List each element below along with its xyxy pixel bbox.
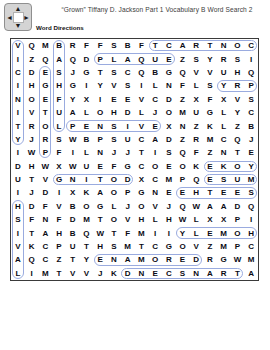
grid-cell[interactable]: N <box>189 267 203 280</box>
grid-cell[interactable]: V <box>38 173 52 186</box>
grid-cell[interactable]: E <box>244 146 258 159</box>
grid-cell[interactable]: I <box>121 119 135 132</box>
grid-cell[interactable]: E <box>121 93 135 106</box>
grid-cell[interactable]: Z <box>176 93 190 106</box>
grid-cell[interactable]: I <box>80 79 94 92</box>
grid-cell[interactable]: Q <box>80 226 94 239</box>
grid-cell[interactable]: N <box>176 119 190 132</box>
grid-cell[interactable]: C <box>162 267 176 280</box>
grid-cell[interactable]: E <box>162 186 176 199</box>
grid-cell[interactable]: J <box>121 146 135 159</box>
grid-cell[interactable]: B <box>148 66 162 79</box>
grid-cell[interactable]: C <box>121 66 135 79</box>
grid-cell[interactable]: S <box>203 79 217 92</box>
grid-cell[interactable]: X <box>203 213 217 226</box>
grid-cell[interactable]: V <box>25 106 39 119</box>
grid-cell[interactable]: A <box>38 226 52 239</box>
grid-cell[interactable]: Z <box>52 253 66 266</box>
grid-cell[interactable]: H <box>11 200 25 213</box>
grid-cell[interactable]: O <box>176 240 190 253</box>
grid-cell[interactable]: E <box>176 186 190 199</box>
grid-cell[interactable]: V <box>80 267 94 280</box>
grid-cell[interactable]: V <box>231 93 245 106</box>
grid-cell[interactable]: S <box>107 240 121 253</box>
grid-cell[interactable]: Q <box>135 66 149 79</box>
grid-cell[interactable]: X <box>217 93 231 106</box>
grid-cell[interactable]: A <box>244 267 258 280</box>
grid-cell[interactable]: U <box>231 173 245 186</box>
grid-cell[interactable]: O <box>148 160 162 173</box>
grid-cell[interactable]: C <box>148 173 162 186</box>
grid-cell[interactable]: T <box>231 267 245 280</box>
grid-cell[interactable]: Q <box>25 39 39 52</box>
grid-cell[interactable]: P <box>121 186 135 199</box>
grid-cell[interactable]: S <box>11 213 25 226</box>
grid-cell[interactable]: U <box>189 106 203 119</box>
grid-cell[interactable]: I <box>93 93 107 106</box>
grid-cell[interactable]: E <box>162 52 176 65</box>
grid-cell[interactable]: W <box>176 213 190 226</box>
grid-cell[interactable]: I <box>244 213 258 226</box>
grid-cell[interactable]: D <box>66 213 80 226</box>
grid-cell[interactable]: G <box>38 79 52 92</box>
grid-cell[interactable]: W <box>189 200 203 213</box>
grid-cell[interactable]: F <box>107 160 121 173</box>
grid-cell[interactable]: I <box>80 173 94 186</box>
grid-cell[interactable]: Q <box>176 200 190 213</box>
grid-cell[interactable]: D <box>189 253 203 266</box>
grid-cell[interactable]: J <box>25 133 39 146</box>
grid-cell[interactable]: S <box>162 146 176 159</box>
grid-cell[interactable]: G <box>162 66 176 79</box>
grid-cell[interactable]: C <box>244 106 258 119</box>
grid-cell[interactable]: M <box>217 240 231 253</box>
grid-cell[interactable]: W <box>25 146 39 159</box>
grid-cell[interactable]: T <box>93 173 107 186</box>
grid-cell[interactable]: V <box>148 200 162 213</box>
grid-cell[interactable]: J <box>93 267 107 280</box>
grid-cell[interactable]: C <box>135 160 149 173</box>
grid-cell[interactable]: M <box>135 253 149 266</box>
grid-cell[interactable]: W <box>66 133 80 146</box>
grid-cell[interactable]: A <box>52 52 66 65</box>
grid-cell[interactable]: G <box>135 186 149 199</box>
grid-cell[interactable]: G <box>52 173 66 186</box>
grid-cell[interactable]: R <box>189 39 203 52</box>
grid-cell[interactable]: R <box>66 39 80 52</box>
grid-cell[interactable]: Z <box>189 119 203 132</box>
grid-cell[interactable]: V <box>189 240 203 253</box>
grid-cell[interactable]: X <box>135 173 149 186</box>
grid-cell[interactable]: O <box>176 160 190 173</box>
grid-cell[interactable]: B <box>66 226 80 239</box>
grid-cell[interactable]: E <box>203 173 217 186</box>
grid-cell[interactable]: N <box>135 267 149 280</box>
grid-cell[interactable]: C <box>11 66 25 79</box>
grid-cell[interactable]: T <box>93 213 107 226</box>
grid-cell[interactable]: E <box>217 186 231 199</box>
grid-cell[interactable]: G <box>162 240 176 253</box>
grid-cell[interactable]: F <box>80 39 94 52</box>
grid-cell[interactable]: V <box>66 267 80 280</box>
grid-cell[interactable]: T <box>25 226 39 239</box>
grid-cell[interactable]: T <box>66 253 80 266</box>
grid-cell[interactable]: O <box>38 119 52 132</box>
grid-cell[interactable]: F <box>52 93 66 106</box>
grid-cell[interactable]: M <box>244 253 258 266</box>
grid-cell[interactable]: A <box>66 106 80 119</box>
grid-cell[interactable]: R <box>25 119 39 132</box>
grid-cell[interactable]: V <box>135 93 149 106</box>
grid-cell[interactable]: E <box>148 267 162 280</box>
grid-cell[interactable]: C <box>148 93 162 106</box>
grid-cell[interactable]: F <box>38 200 52 213</box>
grid-cell[interactable]: A <box>148 133 162 146</box>
grid-cell[interactable]: H <box>135 213 149 226</box>
grid-cell[interactable]: E <box>203 160 217 173</box>
grid-cell[interactable]: E <box>148 119 162 132</box>
grid-cell[interactable]: Q <box>135 52 149 65</box>
grid-cell[interactable]: A <box>93 186 107 199</box>
grid-cell[interactable]: Z <box>203 240 217 253</box>
grid-cell[interactable]: L <box>80 106 94 119</box>
grid-cell[interactable]: Y <box>244 160 258 173</box>
grid-cell[interactable]: X <box>189 93 203 106</box>
grid-cell[interactable]: D <box>80 52 94 65</box>
grid-cell[interactable]: R <box>38 133 52 146</box>
grid-cell[interactable]: G <box>80 66 94 79</box>
grid-cell[interactable]: A <box>121 52 135 65</box>
grid-cell[interactable]: U <box>52 106 66 119</box>
grid-cell[interactable]: P <box>231 240 245 253</box>
grid-cell[interactable]: K <box>189 160 203 173</box>
grid-cell[interactable]: H <box>25 79 39 92</box>
grid-cell[interactable]: Z <box>176 133 190 146</box>
grid-cell[interactable]: S <box>176 267 190 280</box>
grid-cell[interactable]: F <box>203 93 217 106</box>
grid-cell[interactable]: A <box>203 267 217 280</box>
grid-cell[interactable]: A <box>203 200 217 213</box>
grid-cell[interactable]: O <box>80 200 94 213</box>
grid-cell[interactable]: I <box>25 267 39 280</box>
grid-cell[interactable]: V <box>189 66 203 79</box>
grid-cell[interactable]: N <box>162 79 176 92</box>
grid-cell[interactable]: E <box>107 93 121 106</box>
grid-cell[interactable]: I <box>148 146 162 159</box>
grid-cell[interactable]: C <box>244 240 258 253</box>
grid-cell[interactable]: Y <box>203 52 217 65</box>
grid-cell[interactable]: T <box>25 173 39 186</box>
grid-cell[interactable]: X <box>80 93 94 106</box>
grid-cell[interactable]: D <box>121 106 135 119</box>
grid-cell[interactable]: S <box>107 133 121 146</box>
grid-cell[interactable]: Y <box>93 79 107 92</box>
grid-cell[interactable]: B <box>244 119 258 132</box>
grid-cell[interactable]: M <box>244 173 258 186</box>
grid-cell[interactable]: N <box>93 146 107 159</box>
grid-cell[interactable]: L <box>135 106 149 119</box>
grid-cell[interactable]: T <box>203 39 217 52</box>
grid-cell[interactable]: K <box>80 186 94 199</box>
grid-cell[interactable]: U <box>66 240 80 253</box>
grid-cell[interactable]: Q <box>38 52 52 65</box>
grid-cell[interactable]: L <box>217 106 231 119</box>
grid-cell[interactable]: I <box>11 79 25 92</box>
grid-cell[interactable]: K <box>107 267 121 280</box>
grid-cell[interactable]: G <box>66 79 80 92</box>
grid-cell[interactable]: O <box>135 200 149 213</box>
grid-cell[interactable]: J <box>25 186 39 199</box>
grid-cell[interactable]: Y <box>80 253 94 266</box>
grid-cell[interactable]: T <box>135 240 149 253</box>
grid-cell[interactable]: S <box>107 39 121 52</box>
grid-cell[interactable]: J <box>66 66 80 79</box>
grid-cell[interactable]: F <box>135 39 149 52</box>
grid-cell[interactable]: L <box>80 146 94 159</box>
grid-cell[interactable]: O <box>231 39 245 52</box>
grid-cell[interactable]: C <box>162 39 176 52</box>
grid-cell[interactable]: L <box>189 213 203 226</box>
grid-cell[interactable]: B <box>52 39 66 52</box>
grid-cell[interactable]: U <box>11 173 25 186</box>
grid-cell[interactable]: T <box>38 106 52 119</box>
grid-cell[interactable]: M <box>162 173 176 186</box>
grid-cell[interactable]: R <box>231 79 245 92</box>
grid-cell[interactable]: A <box>217 200 231 213</box>
grid-cell[interactable]: U <box>217 66 231 79</box>
grid-cell[interactable]: D <box>25 66 39 79</box>
grid-cell[interactable]: R <box>217 52 231 65</box>
grid-cell[interactable]: P <box>244 79 258 92</box>
grid-cell[interactable]: D <box>121 173 135 186</box>
grid-cell[interactable]: S <box>244 93 258 106</box>
grid-cell[interactable]: S <box>189 52 203 65</box>
grid-cell[interactable]: V <box>203 66 217 79</box>
grid-cell[interactable]: X <box>66 186 80 199</box>
grid-cell[interactable]: X <box>217 213 231 226</box>
grid-cell[interactable]: L <box>11 267 25 280</box>
grid-cell[interactable]: P <box>38 146 52 159</box>
grid-cell[interactable]: S <box>217 173 231 186</box>
grid-cell[interactable]: C <box>38 253 52 266</box>
grid-cell[interactable]: Q <box>244 200 258 213</box>
grid-cell[interactable]: Q <box>244 66 258 79</box>
grid-cell[interactable]: J <box>244 133 258 146</box>
grid-cell[interactable]: F <box>52 213 66 226</box>
grid-cell[interactable]: O <box>148 253 162 266</box>
grid-cell[interactable]: X <box>52 160 66 173</box>
grid-cell[interactable]: N <box>148 186 162 199</box>
grid-cell[interactable]: O <box>162 106 176 119</box>
grid-cell[interactable]: Q <box>176 146 190 159</box>
grid-cell[interactable]: Q <box>66 52 80 65</box>
grid-cell[interactable]: L <box>52 119 66 132</box>
grid-cell[interactable]: Z <box>231 119 245 132</box>
grid-cell[interactable]: D <box>162 93 176 106</box>
grid-cell[interactable]: E <box>162 160 176 173</box>
grid-cell[interactable]: K <box>203 119 217 132</box>
grid-cell[interactable]: P <box>52 240 66 253</box>
grid-cell[interactable]: T <box>11 119 25 132</box>
grid-cell[interactable]: I <box>162 226 176 239</box>
grid-cell[interactable]: F <box>121 226 135 239</box>
grid-cell[interactable]: D <box>11 160 25 173</box>
grid-cell[interactable]: V <box>107 79 121 92</box>
grid-cell[interactable]: S <box>107 119 121 132</box>
grid-cell[interactable]: F <box>189 146 203 159</box>
grid-cell[interactable]: T <box>231 146 245 159</box>
grid-cell[interactable]: I <box>244 52 258 65</box>
grid-cell[interactable]: T <box>107 226 121 239</box>
grid-cell[interactable]: X <box>162 119 176 132</box>
grid-cell[interactable]: S <box>231 52 245 65</box>
grid-cell[interactable]: V <box>121 213 135 226</box>
grid-cell[interactable]: S <box>121 79 135 92</box>
grid-cell[interactable]: K <box>25 240 39 253</box>
grid-cell[interactable]: O <box>231 160 245 173</box>
grid-cell[interactable]: N <box>11 93 25 106</box>
grid-cell[interactable]: M <box>176 106 190 119</box>
grid-cell[interactable]: O <box>231 226 245 239</box>
grid-cell[interactable]: R <box>217 267 231 280</box>
grid-cell[interactable]: Y <box>66 93 80 106</box>
grid-cell[interactable]: I <box>11 146 25 159</box>
grid-cell[interactable]: H <box>93 240 107 253</box>
grid-cell[interactable]: L <box>189 226 203 239</box>
grid-cell[interactable]: V <box>135 119 149 132</box>
grid-cell[interactable]: E <box>80 119 94 132</box>
grid-cell[interactable]: D <box>38 186 52 199</box>
grid-cell[interactable]: R <box>162 253 176 266</box>
grid-cell[interactable]: E <box>38 93 52 106</box>
grid-cell[interactable]: M <box>135 226 149 239</box>
grid-cell[interactable]: B <box>66 200 80 213</box>
grid-cell[interactable]: H <box>231 66 245 79</box>
grid-cell[interactable]: U <box>80 160 94 173</box>
grid-cell[interactable]: P <box>66 119 80 132</box>
grid-cell[interactable]: E <box>93 253 107 266</box>
grid-cell[interactable]: I <box>52 186 66 199</box>
grid-cell[interactable]: A <box>11 253 25 266</box>
grid-cell[interactable]: G <box>93 200 107 213</box>
grid-cell[interactable]: M <box>80 213 94 226</box>
grid-cell[interactable]: S <box>52 133 66 146</box>
grid-cell[interactable]: E <box>38 66 52 79</box>
grid-cell[interactable]: W <box>93 226 107 239</box>
grid-cell[interactable]: T <box>148 39 162 52</box>
grid-cell[interactable]: O <box>93 106 107 119</box>
grid-cell[interactable]: A <box>121 253 135 266</box>
grid-cell[interactable]: H <box>189 186 203 199</box>
grid-cell[interactable]: D <box>231 200 245 213</box>
grid-cell[interactable]: Z <box>25 52 39 65</box>
grid-cell[interactable]: Y <box>11 133 25 146</box>
grid-cell[interactable]: G <box>217 253 231 266</box>
grid-cell[interactable]: S <box>107 66 121 79</box>
grid-cell[interactable]: U <box>121 133 135 146</box>
grid-cell[interactable]: W <box>66 160 80 173</box>
grid-cell[interactable]: Z <box>203 146 217 159</box>
grid-cell[interactable]: F <box>176 79 190 92</box>
grid-cell[interactable]: M <box>121 240 135 253</box>
grid-cell[interactable]: N <box>107 253 121 266</box>
grid-cell[interactable]: B <box>80 133 94 146</box>
grid-cell[interactable]: G <box>121 160 135 173</box>
grid-cell[interactable]: D <box>121 267 135 280</box>
grid-cell[interactable]: R <box>203 253 217 266</box>
grid-cell[interactable]: J <box>121 200 135 213</box>
grid-cell[interactable]: T <box>93 66 107 79</box>
grid-cell[interactable]: I <box>11 226 25 239</box>
grid-cell[interactable]: E <box>203 226 217 239</box>
grid-cell[interactable]: I <box>11 52 25 65</box>
grid-cell[interactable]: W <box>231 253 245 266</box>
grid-cell[interactable]: Q <box>231 133 245 146</box>
grid-cell[interactable]: G <box>203 106 217 119</box>
grid-cell[interactable]: E <box>231 186 245 199</box>
grid-cell[interactable]: H <box>244 226 258 239</box>
grid-cell[interactable]: P <box>176 173 190 186</box>
grid-cell[interactable]: M <box>203 133 217 146</box>
grid-cell[interactable]: H <box>52 226 66 239</box>
grid-cell[interactable]: T <box>203 186 217 199</box>
grid-cell[interactable]: L <box>189 79 203 92</box>
grid-cell[interactable]: L <box>148 79 162 92</box>
grid-cell[interactable]: J <box>107 146 121 159</box>
grid-cell[interactable]: C <box>135 133 149 146</box>
grid-cell[interactable]: W <box>38 160 52 173</box>
grid-cell[interactable]: V <box>52 200 66 213</box>
grid-cell[interactable]: M <box>217 226 231 239</box>
grid-cell[interactable]: Q <box>189 173 203 186</box>
grid-cell[interactable]: M <box>38 267 52 280</box>
grid-cell[interactable]: D <box>25 200 39 213</box>
grid-cell[interactable]: F <box>25 213 39 226</box>
grid-cell[interactable]: L <box>148 213 162 226</box>
grid-cell[interactable]: Y <box>231 106 245 119</box>
grid-cell[interactable]: H <box>25 160 39 173</box>
grid-cell[interactable]: D <box>162 133 176 146</box>
grid-cell[interactable]: F <box>93 39 107 52</box>
grid-cell[interactable]: R <box>189 133 203 146</box>
grid-cell[interactable]: I <box>11 186 25 199</box>
grid-cell[interactable]: I <box>66 146 80 159</box>
grid-cell[interactable]: H <box>52 79 66 92</box>
grid-cell[interactable]: I <box>11 106 25 119</box>
grid-cell[interactable]: O <box>25 93 39 106</box>
grid-cell[interactable]: N <box>93 119 107 132</box>
grid-cell[interactable]: N <box>66 173 80 186</box>
grid-cell[interactable]: J <box>148 106 162 119</box>
grid-cell[interactable]: Q <box>25 253 39 266</box>
grid-cell[interactable]: L <box>107 200 121 213</box>
grid-cell[interactable]: N <box>217 146 231 159</box>
grid-cell[interactable]: K <box>217 160 231 173</box>
grid-cell[interactable]: V <box>11 240 25 253</box>
grid-cell[interactable]: S <box>244 186 258 199</box>
grid-cell[interactable]: E <box>176 253 190 266</box>
grid-cell[interactable]: C <box>148 240 162 253</box>
grid-cell[interactable]: H <box>107 106 121 119</box>
grid-cell[interactable]: U <box>148 52 162 65</box>
grid-cell[interactable]: F <box>52 146 66 159</box>
grid-cell[interactable]: N <box>38 213 52 226</box>
grid-cell[interactable]: Z <box>176 52 190 65</box>
grid-cell[interactable]: Y <box>176 226 190 239</box>
grid-cell[interactable]: E <box>93 160 107 173</box>
grid-cell[interactable]: B <box>121 39 135 52</box>
grid-cell[interactable]: C <box>217 133 231 146</box>
